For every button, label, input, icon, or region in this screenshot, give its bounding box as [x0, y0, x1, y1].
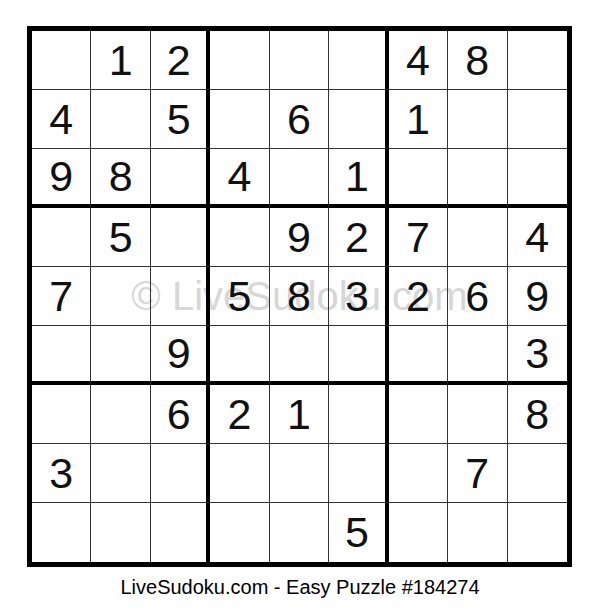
cell-r1c2[interactable]: 1	[91, 31, 150, 90]
cell-r3c9[interactable]	[508, 149, 567, 208]
cell-r5c8[interactable]: 6	[448, 267, 507, 326]
caption: LiveSudoku.com - Easy Puzzle #184274	[0, 576, 600, 599]
cell-r7c7[interactable]	[389, 385, 448, 444]
cell-r6c8[interactable]	[448, 326, 507, 385]
cell-r1c1[interactable]	[32, 31, 91, 90]
cell-r4c4[interactable]	[210, 208, 269, 267]
cell-r1c9[interactable]	[508, 31, 567, 90]
cell-r5c4[interactable]: 5	[210, 267, 269, 326]
cell-r4c8[interactable]	[448, 208, 507, 267]
cell-r7c4[interactable]: 2	[210, 385, 269, 444]
cell-r6c3[interactable]: 9	[151, 326, 210, 385]
cell-r3c1[interactable]: 9	[32, 149, 91, 208]
cell-r5c6[interactable]: 3	[329, 267, 388, 326]
cell-r2c8[interactable]	[448, 90, 507, 149]
cell-r8c4[interactable]	[210, 444, 269, 503]
cell-r2c5[interactable]: 6	[270, 90, 329, 149]
sudoku-board-area: © LiveSudoku.com 12484561984159274758326…	[27, 26, 572, 567]
cell-r7c3[interactable]: 6	[151, 385, 210, 444]
cell-r1c4[interactable]	[210, 31, 269, 90]
cell-r9c9[interactable]	[508, 503, 567, 562]
cell-r7c9[interactable]: 8	[508, 385, 567, 444]
cell-r2c6[interactable]	[329, 90, 388, 149]
cell-r1c7[interactable]: 4	[389, 31, 448, 90]
cell-r9c2[interactable]	[91, 503, 150, 562]
cell-r8c6[interactable]	[329, 444, 388, 503]
cell-r3c8[interactable]	[448, 149, 507, 208]
cell-r1c6[interactable]	[329, 31, 388, 90]
cell-r5c7[interactable]: 2	[389, 267, 448, 326]
cell-r5c1[interactable]: 7	[32, 267, 91, 326]
cell-r9c1[interactable]	[32, 503, 91, 562]
sudoku-board: 124845619841592747583269936218375	[27, 26, 572, 567]
cell-r5c5[interactable]: 8	[270, 267, 329, 326]
cell-r6c1[interactable]	[32, 326, 91, 385]
cell-r2c7[interactable]: 1	[389, 90, 448, 149]
cell-r7c2[interactable]	[91, 385, 150, 444]
cell-r5c9[interactable]: 9	[508, 267, 567, 326]
cell-r6c9[interactable]: 3	[508, 326, 567, 385]
cell-r6c4[interactable]	[210, 326, 269, 385]
cell-r8c5[interactable]	[270, 444, 329, 503]
cell-r3c4[interactable]: 4	[210, 149, 269, 208]
cell-r3c5[interactable]	[270, 149, 329, 208]
cell-r6c6[interactable]	[329, 326, 388, 385]
cell-r4c1[interactable]	[32, 208, 91, 267]
page: © LiveSudoku.com 12484561984159274758326…	[0, 0, 600, 615]
cell-r7c6[interactable]	[329, 385, 388, 444]
cell-r1c5[interactable]	[270, 31, 329, 90]
cell-r7c1[interactable]	[32, 385, 91, 444]
cell-r6c7[interactable]	[389, 326, 448, 385]
cell-r6c2[interactable]	[91, 326, 150, 385]
cell-r9c8[interactable]	[448, 503, 507, 562]
cell-r9c7[interactable]	[389, 503, 448, 562]
cell-r7c5[interactable]: 1	[270, 385, 329, 444]
cell-r1c3[interactable]: 2	[151, 31, 210, 90]
cell-r4c6[interactable]: 2	[329, 208, 388, 267]
cell-r3c2[interactable]: 8	[91, 149, 150, 208]
cell-r3c6[interactable]: 1	[329, 149, 388, 208]
cell-r2c1[interactable]: 4	[32, 90, 91, 149]
cell-r4c7[interactable]: 7	[389, 208, 448, 267]
cell-r1c8[interactable]: 8	[448, 31, 507, 90]
cell-r3c3[interactable]	[151, 149, 210, 208]
cell-r4c5[interactable]: 9	[270, 208, 329, 267]
cell-r5c3[interactable]	[151, 267, 210, 326]
cell-r2c4[interactable]	[210, 90, 269, 149]
cell-r9c4[interactable]	[210, 503, 269, 562]
cell-r2c9[interactable]	[508, 90, 567, 149]
cell-r9c5[interactable]	[270, 503, 329, 562]
cell-r8c3[interactable]	[151, 444, 210, 503]
cell-r9c6[interactable]: 5	[329, 503, 388, 562]
cell-r4c3[interactable]	[151, 208, 210, 267]
cell-r8c9[interactable]	[508, 444, 567, 503]
cell-r2c3[interactable]: 5	[151, 90, 210, 149]
cell-r4c2[interactable]: 5	[91, 208, 150, 267]
cell-r5c2[interactable]	[91, 267, 150, 326]
cell-r8c1[interactable]: 3	[32, 444, 91, 503]
cell-r8c2[interactable]	[91, 444, 150, 503]
cell-r8c8[interactable]: 7	[448, 444, 507, 503]
cell-r2c2[interactable]	[91, 90, 150, 149]
cell-r7c8[interactable]	[448, 385, 507, 444]
cell-r3c7[interactable]	[389, 149, 448, 208]
cell-r9c3[interactable]	[151, 503, 210, 562]
cell-r4c9[interactable]: 4	[508, 208, 567, 267]
cell-r8c7[interactable]	[389, 444, 448, 503]
cell-r6c5[interactable]	[270, 326, 329, 385]
